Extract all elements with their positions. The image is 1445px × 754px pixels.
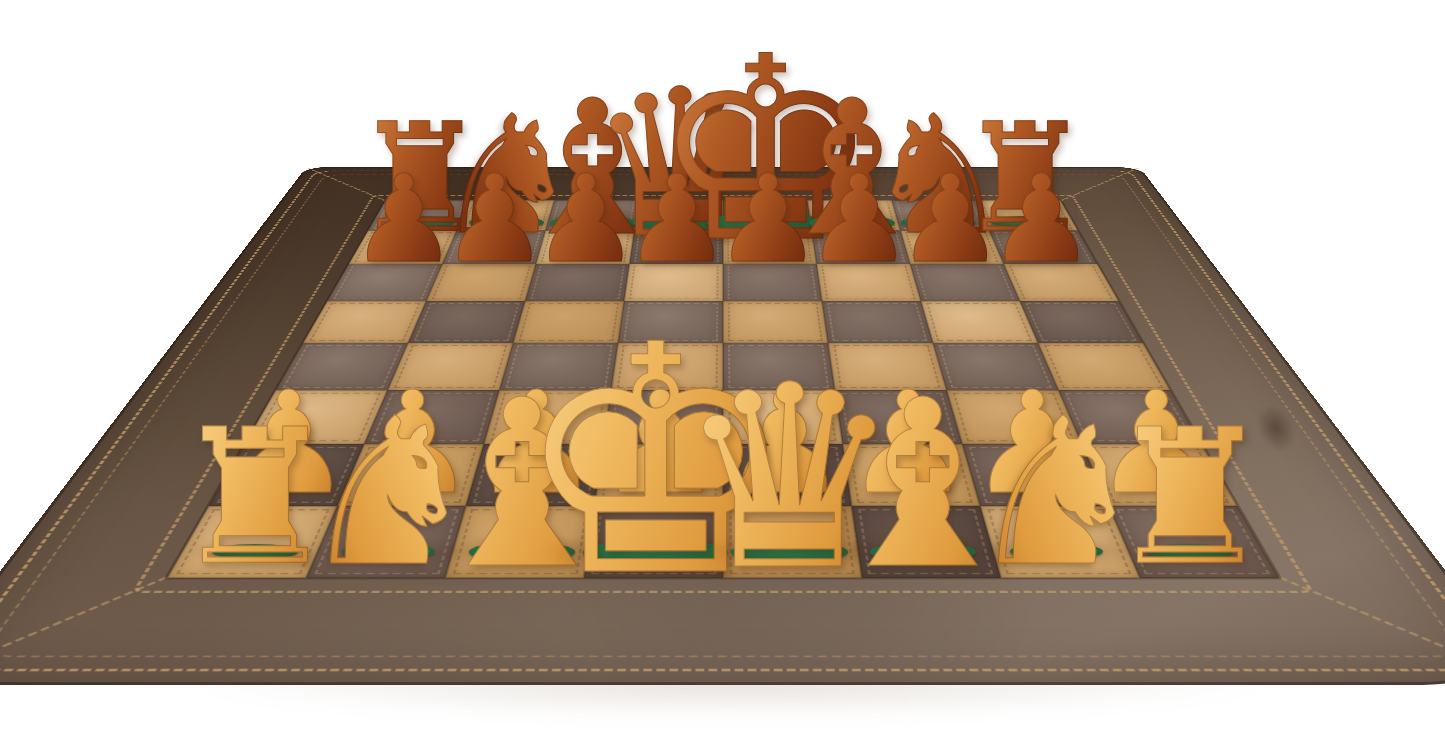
piece-black-pawn-h7[interactable]: ♟ [981, 159, 1102, 280]
rook-glyph: ♜ [1097, 405, 1283, 591]
piece-white-rook-h1[interactable]: ♜ [1097, 405, 1283, 591]
pieces-layer: ♜♞♝♛♚♝♞♜♟♟♟♟♟♟♟♟♟♟♟♟♟♟♟♟♜♞♝♚♛♝♞♜ [0, 0, 1445, 754]
pawn-glyph: ♟ [981, 159, 1102, 280]
product-photo: ♜♞♝♛♚♝♞♜♟♟♟♟♟♟♟♟♟♟♟♟♟♟♟♟♜♞♝♚♛♝♞♜ [0, 0, 1445, 754]
